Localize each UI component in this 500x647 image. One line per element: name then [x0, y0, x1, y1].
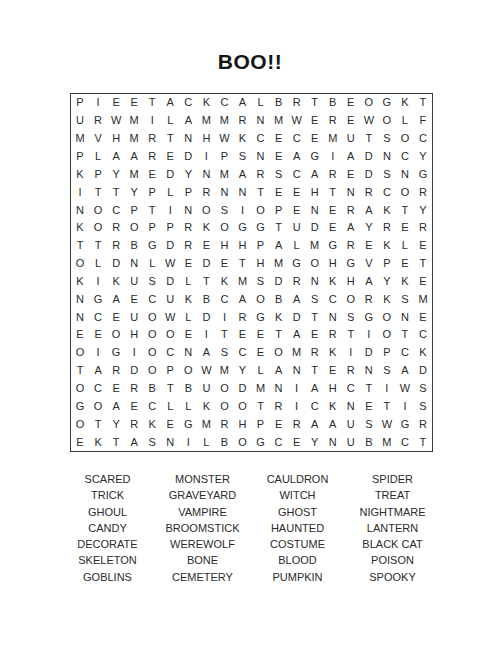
grid-cell: O	[179, 362, 197, 380]
grid-cell: L	[161, 397, 179, 415]
grid-cell: R	[288, 415, 306, 433]
grid-cell: E	[179, 326, 197, 344]
grid-cell: O	[306, 255, 324, 273]
grid-cell: N	[179, 201, 197, 219]
grid-cell: E	[360, 397, 378, 415]
grid-cell: S	[342, 308, 360, 326]
grid-cell: R	[414, 219, 432, 237]
grid-cell: Y	[378, 273, 396, 291]
grid-cell: K	[143, 415, 161, 433]
grid-cell: M	[197, 112, 215, 130]
grid-cell: P	[161, 219, 179, 237]
grid-cell: H	[197, 130, 215, 148]
grid-cell: N	[342, 183, 360, 201]
grid-cell: E	[342, 165, 360, 183]
grid-cell: S	[378, 362, 396, 380]
grid-cell: O	[125, 219, 143, 237]
word-list-item: GOBLINS	[60, 569, 155, 585]
grid-cell: S	[251, 273, 269, 291]
grid-cell: L	[396, 112, 414, 130]
grid-cell: T	[378, 397, 396, 415]
grid-cell: C	[107, 201, 125, 219]
grid-cell: M	[270, 112, 288, 130]
grid-cell: K	[270, 308, 288, 326]
grid-cell: E	[107, 94, 125, 112]
grid-cell: H	[107, 130, 125, 148]
grid-cell: U	[197, 380, 215, 398]
grid-cell: H	[306, 183, 324, 201]
grid-cell: S	[360, 415, 378, 433]
grid-cell: D	[125, 362, 143, 380]
grid-cell: A	[107, 148, 125, 166]
grid-cell: C	[270, 433, 288, 451]
grid-cell: P	[143, 219, 161, 237]
word-list-item: GHOUL	[60, 504, 155, 520]
grid-cell: T	[414, 433, 432, 451]
grid-cell: B	[324, 94, 342, 112]
grid-cell: L	[179, 397, 197, 415]
grid-cell: A	[270, 237, 288, 255]
word-search-grid: PIEETACKCALBRTBEOGKTURWMILAMMRNMWEREWOLF…	[70, 93, 433, 452]
grid-cell: C	[143, 290, 161, 308]
grid-cell: K	[396, 273, 414, 291]
grid-cell: E	[107, 380, 125, 398]
grid-cell: O	[215, 219, 233, 237]
grid-cell: E	[414, 308, 432, 326]
grid-cell: E	[324, 362, 342, 380]
grid-cell: L	[161, 112, 179, 130]
grid-cell: I	[360, 326, 378, 344]
grid-cell: M	[125, 112, 143, 130]
word-list-column: SCAREDTRICKGHOULCANDYDECORATESKELETONGOB…	[60, 471, 155, 585]
grid-cell: I	[396, 397, 414, 415]
grid-cell: A	[306, 380, 324, 398]
grid-cell: K	[414, 344, 432, 362]
grid-cell: R	[179, 237, 197, 255]
grid-cell: K	[233, 130, 251, 148]
grid-cell: A	[396, 362, 414, 380]
grid-cell: O	[89, 201, 107, 219]
grid-cell: A	[306, 415, 324, 433]
grid-cell: S	[396, 290, 414, 308]
grid-cell: M	[270, 255, 288, 273]
grid-cell: G	[324, 237, 342, 255]
grid-cell: R	[288, 94, 306, 112]
grid-cell: E	[288, 433, 306, 451]
grid-cell: E	[396, 219, 414, 237]
grid-cell: Y	[306, 433, 324, 451]
grid-cell: C	[396, 148, 414, 166]
word-list-item: SPOOKY	[345, 569, 440, 585]
grid-cell: E	[270, 130, 288, 148]
grid-cell: P	[215, 148, 233, 166]
grid-cell: B	[270, 94, 288, 112]
grid-cell: K	[378, 237, 396, 255]
grid-cell: O	[215, 380, 233, 398]
grid-cell: L	[288, 237, 306, 255]
grid-cell: K	[107, 273, 125, 291]
grid-cell: P	[143, 183, 161, 201]
grid-cell: O	[161, 326, 179, 344]
grid-cell: N	[179, 130, 197, 148]
grid-cell: P	[179, 183, 197, 201]
grid-cell: I	[71, 183, 89, 201]
grid-cell: T	[197, 273, 215, 291]
grid-cell: H	[215, 237, 233, 255]
grid-cell: A	[342, 219, 360, 237]
grid-cell: D	[288, 308, 306, 326]
grid-cell: E	[233, 326, 251, 344]
grid-cell: W	[197, 362, 215, 380]
grid-cell: D	[107, 255, 125, 273]
grid-cell: T	[215, 326, 233, 344]
grid-cell: N	[161, 433, 179, 451]
grid-cell: E	[270, 183, 288, 201]
grid-cell: N	[288, 362, 306, 380]
grid-cell: C	[161, 344, 179, 362]
grid-cell: M	[125, 165, 143, 183]
grid-cell: S	[270, 165, 288, 183]
grid-cell: N	[342, 397, 360, 415]
grid-cell: R	[342, 237, 360, 255]
grid-cell: S	[215, 344, 233, 362]
grid-cell: W	[360, 112, 378, 130]
grid-cell: T	[360, 380, 378, 398]
grid-cell: R	[107, 362, 125, 380]
grid-cell: C	[251, 130, 269, 148]
grid-cell: D	[306, 219, 324, 237]
grid-cell: B	[270, 290, 288, 308]
grid-cell: O	[143, 362, 161, 380]
grid-cell: P	[251, 237, 269, 255]
word-list-item: CANDY	[60, 520, 155, 536]
grid-cell: H	[342, 273, 360, 291]
grid-cell: E	[342, 112, 360, 130]
grid-cell: O	[71, 415, 89, 433]
grid-cell: K	[215, 273, 233, 291]
grid-cell: K	[324, 273, 342, 291]
word-list-item: MONSTER	[155, 471, 250, 487]
grid-cell: T	[143, 94, 161, 112]
grid-cell: C	[396, 344, 414, 362]
grid-cell: R	[233, 112, 251, 130]
grid-cell: E	[125, 290, 143, 308]
word-list-item: SCARED	[60, 471, 155, 487]
grid-cell: G	[107, 344, 125, 362]
grid-cell: H	[251, 255, 269, 273]
grid-cell: M	[215, 362, 233, 380]
grid-cell: C	[342, 380, 360, 398]
puzzle-title: BOO!!	[0, 50, 500, 74]
grid-cell: H	[233, 237, 251, 255]
grid-cell: E	[161, 148, 179, 166]
word-list-item: NIGHTMARE	[345, 504, 440, 520]
grid-cell: C	[378, 183, 396, 201]
grid-cell: A	[233, 290, 251, 308]
grid-cell: R	[342, 201, 360, 219]
word-list-item: BONE	[155, 552, 250, 568]
grid-cell: K	[89, 433, 107, 451]
grid-cell: R	[324, 112, 342, 130]
grid-cell: E	[143, 165, 161, 183]
grid-cell: K	[197, 94, 215, 112]
grid-cell: T	[107, 433, 125, 451]
grid-cell: A	[125, 148, 143, 166]
grid-cell: I	[215, 308, 233, 326]
grid-cell: N	[396, 165, 414, 183]
grid-cell: A	[89, 362, 107, 380]
grid-cell: T	[107, 183, 125, 201]
grid-cell: N	[378, 148, 396, 166]
grid-cell: T	[396, 326, 414, 344]
grid-cell: R	[89, 112, 107, 130]
grid-cell: T	[270, 219, 288, 237]
grid-cell: T	[89, 237, 107, 255]
grid-cell: R	[324, 165, 342, 183]
grid-cell: C	[414, 130, 432, 148]
grid-cell: W	[161, 255, 179, 273]
grid-cell: D	[360, 148, 378, 166]
grid-cell: G	[288, 255, 306, 273]
grid-cell: T	[89, 183, 107, 201]
grid-cell: B	[143, 380, 161, 398]
word-list: SCAREDTRICKGHOULCANDYDECORATESKELETONGOB…	[60, 471, 440, 585]
grid-cell: K	[324, 344, 342, 362]
grid-cell: M	[324, 130, 342, 148]
grid-cell: G	[342, 255, 360, 273]
grid-cell: I	[89, 273, 107, 291]
grid-cell: A	[125, 433, 143, 451]
grid-cell: E	[270, 148, 288, 166]
grid-cell: A	[288, 290, 306, 308]
grid-cell: Y	[233, 362, 251, 380]
grid-cell: A	[107, 397, 125, 415]
word-list-item: DECORATE	[60, 536, 155, 552]
grid-cell: G	[179, 415, 197, 433]
grid-cell: N	[360, 362, 378, 380]
grid-cell: P	[378, 255, 396, 273]
grid-cell: T	[270, 326, 288, 344]
grid-cell: N	[71, 308, 89, 326]
grid-cell: E	[89, 326, 107, 344]
grid-cell: S	[143, 273, 161, 291]
grid-cell: E	[324, 201, 342, 219]
grid-cell: R	[143, 130, 161, 148]
grid-cell: O	[233, 433, 251, 451]
grid-cell: E	[215, 255, 233, 273]
grid-cell: K	[179, 290, 197, 308]
grid-cell: M	[233, 273, 251, 291]
word-list-item: LANTERN	[345, 520, 440, 536]
grid-cell: M	[414, 290, 432, 308]
grid-cell: A	[342, 148, 360, 166]
grid-cell: Y	[107, 415, 125, 433]
grid-cell: D	[161, 237, 179, 255]
grid-cell: O	[215, 397, 233, 415]
grid-cell: E	[251, 326, 269, 344]
grid-cell: H	[125, 326, 143, 344]
grid-cell: O	[89, 397, 107, 415]
grid-cell: N	[306, 273, 324, 291]
grid-cell: W	[161, 308, 179, 326]
grid-cell: O	[378, 308, 396, 326]
grid-cell: N	[71, 290, 89, 308]
grid-cell: L	[179, 273, 197, 291]
grid-cell: K	[71, 273, 89, 291]
grid-cell: E	[288, 201, 306, 219]
grid-cell: A	[233, 94, 251, 112]
grid-cell: D	[179, 148, 197, 166]
grid-cell: E	[161, 415, 179, 433]
grid-cell: T	[161, 380, 179, 398]
grid-cell: M	[197, 415, 215, 433]
grid-cell: I	[342, 344, 360, 362]
grid-cell: Y	[125, 183, 143, 201]
grid-cell: N	[324, 433, 342, 451]
grid-cell: P	[89, 165, 107, 183]
grid-cell: K	[197, 219, 215, 237]
grid-cell: A	[324, 415, 342, 433]
grid-cell: P	[71, 148, 89, 166]
grid-cell: G	[233, 219, 251, 237]
grid-cell: C	[306, 397, 324, 415]
grid-cell: G	[89, 290, 107, 308]
grid-cell: E	[306, 130, 324, 148]
grid-cell: N	[396, 308, 414, 326]
grid-cell: R	[215, 415, 233, 433]
word-list-item: WEREWOLF	[155, 536, 250, 552]
grid-cell: W	[288, 112, 306, 130]
grid-cell: P	[251, 415, 269, 433]
grid-cell: B	[360, 433, 378, 451]
grid-cell: E	[179, 255, 197, 273]
word-list-item: VAMPIRE	[155, 504, 250, 520]
word-list-column: MONSTERGRAVEYARDVAMPIREBROOMSTICKWEREWOL…	[155, 471, 250, 585]
grid-cell: L	[197, 433, 215, 451]
grid-cell: W	[215, 130, 233, 148]
word-list-item: SKELETON	[60, 552, 155, 568]
grid-cell: O	[71, 380, 89, 398]
grid-cell: E	[306, 326, 324, 344]
grid-cell: T	[143, 201, 161, 219]
grid-cell: W	[378, 415, 396, 433]
grid-cell: T	[161, 130, 179, 148]
grid-cell: S	[414, 380, 432, 398]
grid-cell: I	[89, 94, 107, 112]
grid-cell: P	[270, 201, 288, 219]
grid-cell: N	[71, 201, 89, 219]
grid-cell: H	[324, 255, 342, 273]
grid-cell: I	[179, 433, 197, 451]
grid-cell: R	[179, 219, 197, 237]
word-list-item: COSTUME	[250, 536, 345, 552]
grid-cell: K	[197, 397, 215, 415]
grid-cell: A	[270, 362, 288, 380]
grid-cell: I	[288, 380, 306, 398]
grid-cell: S	[414, 397, 432, 415]
grid-cell: O	[71, 255, 89, 273]
grid-cell: G	[71, 397, 89, 415]
grid-cell: E	[324, 219, 342, 237]
grid-cell: Y	[414, 148, 432, 166]
grid-cell: Y	[414, 201, 432, 219]
grid-cell: O	[378, 326, 396, 344]
grid-cell: U	[342, 415, 360, 433]
word-list-item: HAUNTED	[250, 520, 345, 536]
grid-cell: S	[215, 201, 233, 219]
grid-cell: O	[233, 397, 251, 415]
grid-cell: E	[197, 237, 215, 255]
word-search-page: BOO!! PIEETACKCALBRTBEOGKTURWMILAMMRNMWE…	[0, 0, 500, 647]
word-list-item: GHOST	[250, 504, 345, 520]
grid-cell: I	[233, 201, 251, 219]
grid-cell: H	[233, 415, 251, 433]
grid-cell: O	[342, 290, 360, 308]
grid-cell: H	[324, 380, 342, 398]
grid-cell: R	[233, 308, 251, 326]
grid-cell: U	[342, 130, 360, 148]
grid-cell: I	[125, 344, 143, 362]
grid-cell: O	[251, 290, 269, 308]
grid-cell: K	[378, 201, 396, 219]
grid-cell: I	[89, 344, 107, 362]
grid-cell: N	[270, 380, 288, 398]
grid-cell: D	[360, 344, 378, 362]
grid-cell: T	[233, 255, 251, 273]
grid-cell: C	[215, 94, 233, 112]
grid-cell: P	[125, 201, 143, 219]
grid-cell: T	[414, 255, 432, 273]
grid-cell: T	[71, 362, 89, 380]
grid-cell: L	[179, 308, 197, 326]
grid-cell: G	[396, 415, 414, 433]
grid-cell: R	[288, 273, 306, 291]
grid-cell: I	[324, 148, 342, 166]
grid-cell: L	[251, 94, 269, 112]
grid-cell: Y	[107, 165, 125, 183]
grid-cell: S	[378, 130, 396, 148]
grid-cell: U	[71, 112, 89, 130]
grid-cell: D	[161, 273, 179, 291]
grid-cell: M	[378, 433, 396, 451]
word-list-item: CAULDRON	[250, 471, 345, 487]
grid-cell: T	[414, 94, 432, 112]
grid-cell: E	[342, 94, 360, 112]
grid-cell: M	[71, 130, 89, 148]
grid-cell: Y	[179, 165, 197, 183]
grid-cell: O	[270, 344, 288, 362]
grid-cell: E	[125, 94, 143, 112]
grid-cell: R	[324, 326, 342, 344]
grid-cell: M	[215, 165, 233, 183]
grid-cell: E	[414, 237, 432, 255]
grid-cell: E	[360, 237, 378, 255]
grid-cell: C	[288, 165, 306, 183]
grid-cell: L	[89, 148, 107, 166]
grid-cell: B	[197, 290, 215, 308]
grid-cell: O	[378, 112, 396, 130]
grid-cell: N	[233, 183, 251, 201]
grid-cell: D	[233, 380, 251, 398]
grid-cell: R	[197, 183, 215, 201]
grid-cell: R	[414, 183, 432, 201]
word-list-item: CEMETERY	[155, 569, 250, 585]
grid-cell: I	[378, 380, 396, 398]
grid-cell: A	[179, 112, 197, 130]
grid-cell: L	[143, 255, 161, 273]
grid-cell: T	[306, 94, 324, 112]
grid-cell: T	[396, 201, 414, 219]
